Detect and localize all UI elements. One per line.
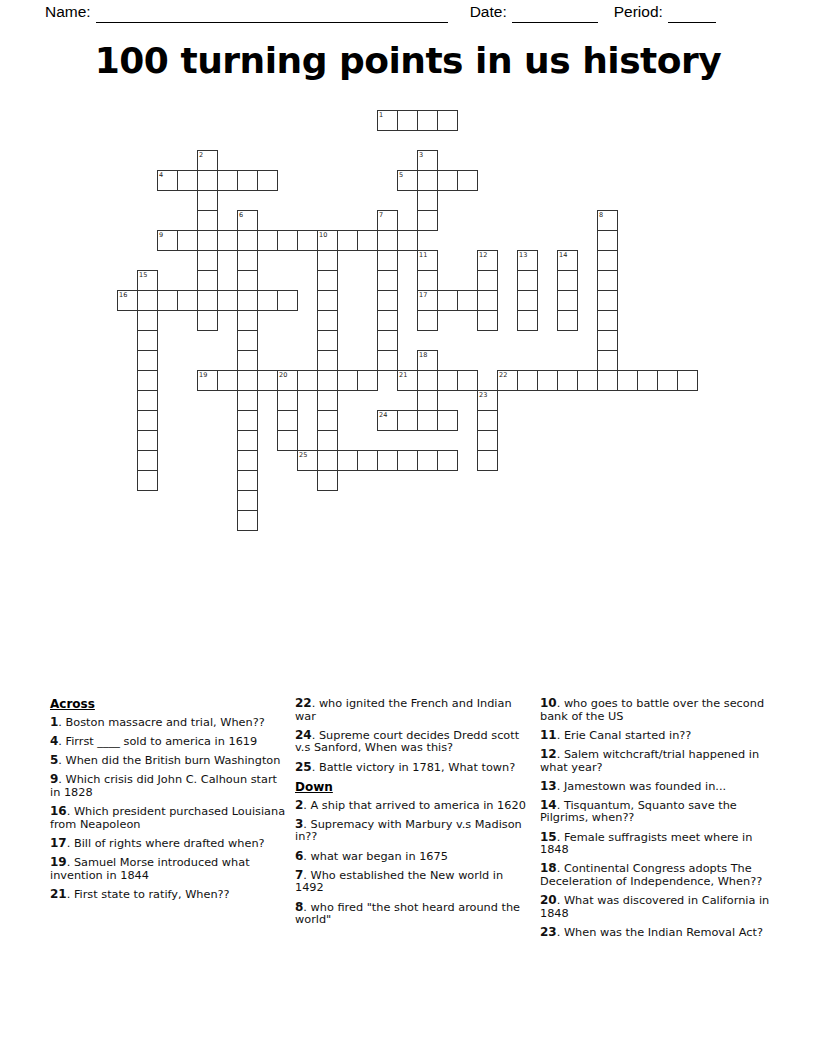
grid-cell-r6c10[interactable]: 10: [317, 230, 338, 251]
grid-cell-r10c22[interactable]: [557, 310, 578, 331]
clue-across-19: 19. Samuel Morse introduced what inventi…: [50, 856, 288, 882]
grid-cell-r7c13[interactable]: [377, 250, 398, 271]
grid-cell-r3c17[interactable]: [457, 170, 478, 191]
clue-number: 22: [295, 696, 312, 710]
clue-number: 12: [540, 747, 557, 761]
grid-cell-r5c15[interactable]: [417, 210, 438, 231]
grid-cell-r13c17[interactable]: [457, 370, 478, 391]
cell-number-23: 23: [479, 391, 487, 399]
grid-cell-r9c7[interactable]: [257, 290, 278, 311]
cell-number-22: 22: [499, 371, 507, 379]
clue-number: 18: [540, 861, 557, 875]
grid-cell-r18c6[interactable]: [237, 470, 258, 491]
grid-cell-r0c13[interactable]: 1: [377, 110, 398, 131]
grid-cell-r6c2[interactable]: 9: [157, 230, 178, 251]
grid-cell-r13c7[interactable]: [257, 370, 278, 391]
grid-cell-r9c2[interactable]: [157, 290, 178, 311]
grid-cell-r9c20[interactable]: [517, 290, 538, 311]
grid-cell-r13c8[interactable]: 20: [277, 370, 298, 391]
grid-cell-r6c24[interactable]: [597, 230, 618, 251]
clue-number: 13: [540, 779, 557, 793]
grid-cell-r9c3[interactable]: [177, 290, 198, 311]
clue-number: 23: [540, 925, 557, 939]
cell-number-4: 4: [159, 171, 163, 179]
cell-number-16: 16: [119, 291, 127, 299]
cell-number-5: 5: [399, 171, 403, 179]
worksheet-page: Name: Date: Period: 100 turning points i…: [0, 0, 816, 1056]
grid-cell-r0c15[interactable]: [417, 110, 438, 131]
grid-cell-r13c12[interactable]: [357, 370, 378, 391]
clue-column-1: Across1. Boston massacre and trial, When…: [50, 697, 288, 945]
cell-number-10: 10: [319, 231, 327, 239]
grid-cell-r17c13[interactable]: [377, 450, 398, 471]
clue-down-18: 18. Continental Congress adopts The Dece…: [540, 862, 778, 888]
grid-cell-r9c6[interactable]: [237, 290, 258, 311]
clue-number: 16: [50, 804, 67, 818]
grid-cell-r15c8[interactable]: [277, 410, 298, 431]
grid-cell-r5c6[interactable]: 6: [237, 210, 258, 231]
clue-number: 15: [540, 830, 557, 844]
grid-cell-r3c15[interactable]: [417, 170, 438, 191]
grid-cell-r3c2[interactable]: 4: [157, 170, 178, 191]
clue-number: 3: [295, 817, 303, 831]
grid-cell-r7c10[interactable]: [317, 250, 338, 271]
grid-cell-r10c20[interactable]: [517, 310, 538, 331]
grid-cell-r6c7[interactable]: [257, 230, 278, 251]
grid-cell-r7c4[interactable]: [197, 250, 218, 271]
grid-cell-r15c15[interactable]: [417, 410, 438, 431]
grid-cell-r7c15[interactable]: 11: [417, 250, 438, 271]
grid-cell-r12c13[interactable]: [377, 350, 398, 371]
clue-number: 25: [295, 760, 312, 774]
grid-cell-r13c21[interactable]: [537, 370, 558, 391]
grid-cell-r7c24[interactable]: [597, 250, 618, 271]
grid-cell-r6c6[interactable]: [237, 230, 258, 251]
grid-cell-r13c14[interactable]: 21: [397, 370, 418, 391]
grid-cell-r12c24[interactable]: [597, 350, 618, 371]
grid-cell-r13c20[interactable]: [517, 370, 538, 391]
grid-cell-r10c1[interactable]: [137, 310, 158, 331]
grid-cell-r17c18[interactable]: [477, 450, 498, 471]
clue-number: 20: [540, 893, 557, 907]
clue-across-5: 5. When did the British burn Washington: [50, 754, 288, 768]
cell-number-8: 8: [599, 211, 603, 219]
grid-cell-r10c15[interactable]: [417, 310, 438, 331]
clues-section: Across1. Boston massacre and trial, When…: [50, 697, 790, 945]
grid-cell-r13c16[interactable]: [437, 370, 458, 391]
clue-across-16: 16. Which president purchased Louisiana …: [50, 805, 288, 831]
clue-across-24: 24. Supreme court decides Dredd scott v.…: [295, 729, 533, 755]
clue-number: 8: [295, 900, 303, 914]
grid-cell-r11c24[interactable]: [597, 330, 618, 351]
grid-cell-r14c1[interactable]: [137, 390, 158, 411]
cell-number-3: 3: [419, 151, 423, 159]
grid-cell-r9c13[interactable]: [377, 290, 398, 311]
cell-number-21: 21: [399, 371, 407, 379]
clue-number: 21: [50, 887, 67, 901]
clue-number: 2: [295, 798, 303, 812]
period-blank-line[interactable]: [668, 4, 716, 23]
grid-cell-r15c10[interactable]: [317, 410, 338, 431]
clues-heading-across: Across: [50, 697, 288, 711]
grid-cell-r13c25[interactable]: [617, 370, 638, 391]
clue-column-3: 10. who goes to battle over the second b…: [540, 697, 778, 945]
grid-cell-r15c14[interactable]: [397, 410, 418, 431]
grid-cell-r3c4[interactable]: [197, 170, 218, 191]
clue-down-3: 3. Supremacy with Marbury v.s Madison in…: [295, 818, 533, 844]
clue-number: 4: [50, 734, 58, 748]
clue-down-8: 8. who fired "the shot heard around the …: [295, 901, 533, 927]
cell-number-17: 17: [419, 291, 427, 299]
date-label: Date:: [470, 3, 507, 23]
grid-cell-r10c10[interactable]: [317, 310, 338, 331]
grid-cell-r17c11[interactable]: [337, 450, 358, 471]
grid-cell-r7c22[interactable]: 14: [557, 250, 578, 271]
grid-cell-r13c27[interactable]: [657, 370, 678, 391]
grid-cell-r10c18[interactable]: [477, 310, 498, 331]
grid-cell-r19c6[interactable]: [237, 490, 258, 511]
clue-across-17: 17. Bill of rights where drafted when?: [50, 837, 288, 851]
grid-cell-r14c8[interactable]: [277, 390, 298, 411]
clue-number: 6: [295, 849, 303, 863]
grid-cell-r18c10[interactable]: [317, 470, 338, 491]
clue-across-25: 25. Battle victory in 1781, What town?: [295, 761, 533, 775]
grid-cell-r12c6[interactable]: [237, 350, 258, 371]
grid-cell-r14c15[interactable]: [417, 390, 438, 411]
clue-number: 10: [540, 696, 557, 710]
grid-cell-r4c4[interactable]: [197, 190, 218, 211]
grid-cell-r8c4[interactable]: [197, 270, 218, 291]
grid-cell-r11c6[interactable]: [237, 330, 258, 351]
cell-number-18: 18: [419, 351, 427, 359]
grid-cell-r18c1[interactable]: [137, 470, 158, 491]
grid-cell-r10c6[interactable]: [237, 310, 258, 331]
clue-across-4: 4. Firrst ____ sold to america in 1619: [50, 735, 288, 749]
grid-cell-r9c1[interactable]: [137, 290, 158, 311]
grid-cell-r6c8[interactable]: [277, 230, 298, 251]
clue-number: 1: [50, 715, 58, 729]
grid-cell-r9c15[interactable]: 17: [417, 290, 438, 311]
grid-cell-r10c24[interactable]: [597, 310, 618, 331]
grid-cell-r9c24[interactable]: [597, 290, 618, 311]
grid-cell-r13c9[interactable]: [297, 370, 318, 391]
clue-down-10: 10. who goes to battle over the second b…: [540, 697, 778, 723]
grid-cell-r6c12[interactable]: [357, 230, 378, 251]
clues-heading-down: Down: [295, 780, 533, 794]
period-label: Period:: [614, 3, 663, 23]
grid-cell-r3c7[interactable]: [257, 170, 278, 191]
grid-cell-r13c26[interactable]: [637, 370, 658, 391]
grid-cell-r9c18[interactable]: [477, 290, 498, 311]
clue-number: 5: [50, 753, 58, 767]
grid-cell-r8c10[interactable]: [317, 270, 338, 291]
clue-down-14: 14. Tisquantum, Squanto save the Pilgrim…: [540, 799, 778, 825]
grid-cell-r13c28[interactable]: [677, 370, 698, 391]
clue-down-15: 15. Female suffragists meet where in 184…: [540, 831, 778, 857]
grid-cell-r6c9[interactable]: [297, 230, 318, 251]
grid-cell-r8c24[interactable]: [597, 270, 618, 291]
grid-cell-r9c22[interactable]: [557, 290, 578, 311]
grid-cell-r20c6[interactable]: [237, 510, 258, 531]
grid-cell-r3c16[interactable]: [437, 170, 458, 191]
worksheet-header: Name: Date: Period:: [45, 3, 771, 23]
clue-number: 11: [540, 728, 557, 742]
grid-cell-r6c4[interactable]: [197, 230, 218, 251]
clue-across-9: 9. Which crisis did John C. Calhoun star…: [50, 773, 288, 799]
grid-cell-r6c5[interactable]: [217, 230, 238, 251]
grid-cell-r16c1[interactable]: [137, 430, 158, 451]
grid-cell-r11c13[interactable]: [377, 330, 398, 351]
grid-cell-r17c14[interactable]: [397, 450, 418, 471]
cell-number-1: 1: [379, 111, 383, 119]
clue-number: 24: [295, 728, 312, 742]
clue-column-2: 22. who ignited the French and Indian wa…: [295, 697, 533, 945]
grid-cell-r17c16[interactable]: [437, 450, 458, 471]
cell-number-12: 12: [479, 251, 487, 259]
clue-down-6: 6. what war began in 1675: [295, 850, 533, 864]
grid-cell-r17c12[interactable]: [357, 450, 378, 471]
grid-cell-r8c15[interactable]: [417, 270, 438, 291]
grid-cell-r17c6[interactable]: [237, 450, 258, 471]
grid-cell-r17c10[interactable]: [317, 450, 338, 471]
grid-cell-r9c16[interactable]: [437, 290, 458, 311]
clue-number: 14: [540, 798, 557, 812]
grid-cell-r14c10[interactable]: [317, 390, 338, 411]
grid-cell-r3c6[interactable]: [237, 170, 258, 191]
grid-cell-r0c14[interactable]: [397, 110, 418, 131]
cell-number-2: 2: [199, 151, 203, 159]
clue-down-11: 11. Erie Canal started in??: [540, 729, 778, 743]
grid-cell-r13c5[interactable]: [217, 370, 238, 391]
grid-cell-r13c6[interactable]: [237, 370, 258, 391]
clue-across-1: 1. Boston massacre and trial, When??: [50, 716, 288, 730]
clue-number: 7: [295, 868, 303, 882]
grid-cell-r13c10[interactable]: [317, 370, 338, 391]
clue-number: 19: [50, 855, 67, 869]
grid-cell-r13c15[interactable]: [417, 370, 438, 391]
grid-cell-r13c11[interactable]: [337, 370, 358, 391]
grid-cell-r15c1[interactable]: [137, 410, 158, 431]
cell-number-15: 15: [139, 271, 147, 279]
grid-cell-r0c16[interactable]: [437, 110, 458, 131]
cell-number-19: 19: [199, 371, 207, 379]
grid-cell-r7c20[interactable]: 13: [517, 250, 538, 271]
cell-number-9: 9: [159, 231, 163, 239]
grid-cell-r8c22[interactable]: [557, 270, 578, 291]
grid-cell-r8c13[interactable]: [377, 270, 398, 291]
grid-cell-r3c14[interactable]: 5: [397, 170, 418, 191]
grid-cell-r5c13[interactable]: 7: [377, 210, 398, 231]
puzzle-title: 100 turning points in us history: [0, 40, 816, 81]
grid-cell-r12c1[interactable]: [137, 350, 158, 371]
cell-number-14: 14: [559, 251, 567, 259]
grid-cell-r11c1[interactable]: [137, 330, 158, 351]
grid-cell-r9c5[interactable]: [217, 290, 238, 311]
name-label: Name:: [45, 3, 91, 23]
grid-cell-r16c10[interactable]: [317, 430, 338, 451]
date-blank-line[interactable]: [512, 4, 598, 23]
grid-cell-r16c6[interactable]: [237, 430, 258, 451]
grid-cell-r16c18[interactable]: [477, 430, 498, 451]
name-blank-line[interactable]: [96, 4, 448, 23]
grid-cell-r15c18[interactable]: [477, 410, 498, 431]
grid-cell-r6c14[interactable]: [397, 230, 418, 251]
grid-cell-r3c5[interactable]: [217, 170, 238, 191]
cell-number-20: 20: [279, 371, 287, 379]
clue-down-23: 23. When was the Indian Removal Act?: [540, 926, 778, 940]
clue-down-13: 13. Jamestown was founded in...: [540, 780, 778, 794]
grid-cell-r10c13[interactable]: [377, 310, 398, 331]
grid-cell-r13c23[interactable]: [577, 370, 598, 391]
grid-cell-r12c15[interactable]: 18: [417, 350, 438, 371]
grid-cell-r17c15[interactable]: [417, 450, 438, 471]
grid-cell-r8c18[interactable]: [477, 270, 498, 291]
grid-cell-r7c18[interactable]: 12: [477, 250, 498, 271]
cell-number-13: 13: [519, 251, 527, 259]
clue-number: 9: [50, 772, 58, 786]
grid-cell-r14c6[interactable]: [237, 390, 258, 411]
grid-cell-r6c13[interactable]: [377, 230, 398, 251]
grid-cell-r2c4[interactable]: 2: [197, 150, 218, 171]
grid-cell-r16c8[interactable]: [277, 430, 298, 451]
grid-cell-r13c24[interactable]: [597, 370, 618, 391]
grid-cell-r6c11[interactable]: [337, 230, 358, 251]
clue-down-7: 7. Who established the New world in 1492: [295, 869, 533, 895]
grid-cell-r9c8[interactable]: [277, 290, 298, 311]
grid-cell-r10c4[interactable]: [197, 310, 218, 331]
grid-cell-r8c1[interactable]: 15: [137, 270, 158, 291]
cell-number-24: 24: [379, 411, 387, 419]
cell-number-6: 6: [239, 211, 243, 219]
grid-cell-r17c1[interactable]: [137, 450, 158, 471]
grid-cell-r8c6[interactable]: [237, 270, 258, 291]
grid-cell-r6c3[interactable]: [177, 230, 198, 251]
clue-across-21: 21. First state to ratify, When??: [50, 888, 288, 902]
grid-cell-r13c4[interactable]: 19: [197, 370, 218, 391]
grid-cell-r13c19[interactable]: 22: [497, 370, 518, 391]
clue-number: 17: [50, 836, 67, 850]
grid-cell-r2c15[interactable]: 3: [417, 150, 438, 171]
grid-cell-r15c6[interactable]: [237, 410, 258, 431]
clue-down-12: 12. Salem witchcraft/trial happened in w…: [540, 748, 778, 774]
grid-cell-r5c4[interactable]: [197, 210, 218, 231]
grid-cell-r3c3[interactable]: [177, 170, 198, 191]
grid-cell-r12c10[interactable]: [317, 350, 338, 371]
grid-cell-r13c1[interactable]: [137, 370, 158, 391]
cell-number-7: 7: [379, 211, 383, 219]
grid-cell-r9c4[interactable]: [197, 290, 218, 311]
grid-cell-r9c0[interactable]: 16: [117, 290, 138, 311]
grid-cell-r17c9[interactable]: 25: [297, 450, 318, 471]
grid-cell-r8c20[interactable]: [517, 270, 538, 291]
grid-cell-r15c16[interactable]: [437, 410, 458, 431]
cell-number-25: 25: [299, 451, 307, 459]
grid-cell-r4c15[interactable]: [417, 190, 438, 211]
clue-down-2: 2. A ship that arrived to america in 162…: [295, 799, 533, 813]
grid-cell-r14c18[interactable]: 23: [477, 390, 498, 411]
grid-cell-r11c10[interactable]: [317, 330, 338, 351]
grid-cell-r5c24[interactable]: 8: [597, 210, 618, 231]
cell-number-11: 11: [419, 251, 427, 259]
grid-cell-r15c13[interactable]: 24: [377, 410, 398, 431]
clue-down-20: 20. What was discovered in California in…: [540, 894, 778, 920]
grid-cell-r13c22[interactable]: [557, 370, 578, 391]
grid-cell-r7c6[interactable]: [237, 250, 258, 271]
crossword-grid: 1234567891011121314151617181920212223242…: [117, 110, 699, 532]
grid-cell-r9c10[interactable]: [317, 290, 338, 311]
grid-cell-r9c17[interactable]: [457, 290, 478, 311]
clue-across-22: 22. who ignited the French and Indian wa…: [295, 697, 533, 723]
